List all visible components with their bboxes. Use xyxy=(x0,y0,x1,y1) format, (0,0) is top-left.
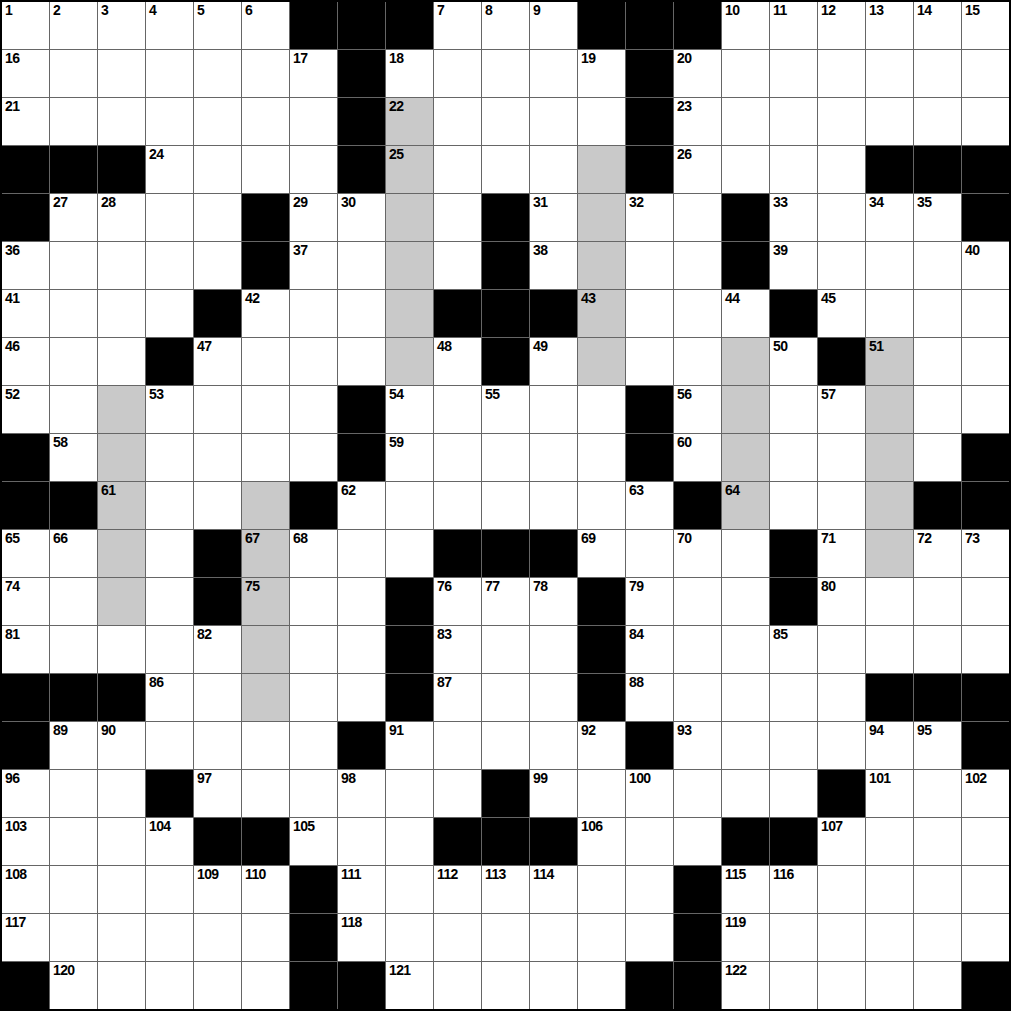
grid-cell-r19c2[interactable] xyxy=(98,914,145,961)
grid-cell-r8c9[interactable] xyxy=(434,386,481,433)
grid-cell-r6c12[interactable]: 43 xyxy=(578,290,625,337)
grid-cell-r16c12[interactable] xyxy=(578,770,625,817)
grid-cell-r19c16[interactable] xyxy=(770,914,817,961)
grid-cell-r4c16[interactable]: 33 xyxy=(770,194,817,241)
grid-cell-r20c1[interactable]: 120 xyxy=(50,962,97,1009)
grid-cell-r10c15[interactable]: 64 xyxy=(722,482,769,529)
grid-cell-r17c17[interactable]: 107 xyxy=(818,818,865,865)
grid-cell-r12c14[interactable] xyxy=(674,578,721,625)
grid-cell-r12c0[interactable]: 74 xyxy=(2,578,49,625)
grid-cell-r0c9[interactable]: 7 xyxy=(434,2,481,49)
grid-cell-r18c20[interactable] xyxy=(962,866,1009,913)
grid-cell-r19c15[interactable]: 119 xyxy=(722,914,769,961)
grid-cell-r7c14[interactable] xyxy=(674,338,721,385)
grid-cell-r19c13[interactable] xyxy=(626,914,673,961)
grid-cell-r9c3[interactable] xyxy=(146,434,193,481)
grid-cell-r0c1[interactable]: 2 xyxy=(50,2,97,49)
grid-cell-r19c0[interactable]: 117 xyxy=(2,914,49,961)
grid-cell-r9c5[interactable] xyxy=(242,434,289,481)
grid-cell-r15c16[interactable] xyxy=(770,722,817,769)
grid-cell-r0c10[interactable]: 8 xyxy=(482,2,529,49)
grid-cell-r11c1[interactable]: 66 xyxy=(50,530,97,577)
grid-cell-r18c0[interactable]: 108 xyxy=(2,866,49,913)
grid-cell-r16c2[interactable] xyxy=(98,770,145,817)
grid-cell-r13c7[interactable] xyxy=(338,626,385,673)
grid-cell-r1c12[interactable]: 19 xyxy=(578,50,625,97)
grid-cell-r1c15[interactable] xyxy=(722,50,769,97)
grid-cell-r14c14[interactable] xyxy=(674,674,721,721)
grid-cell-r18c18[interactable] xyxy=(866,866,913,913)
grid-cell-r0c2[interactable]: 3 xyxy=(98,2,145,49)
grid-cell-r8c8[interactable]: 54 xyxy=(386,386,433,433)
grid-cell-r8c0[interactable]: 52 xyxy=(2,386,49,433)
grid-cell-r11c7[interactable] xyxy=(338,530,385,577)
grid-cell-r18c10[interactable]: 113 xyxy=(482,866,529,913)
grid-cell-r4c17[interactable] xyxy=(818,194,865,241)
grid-cell-r7c9[interactable]: 48 xyxy=(434,338,481,385)
grid-cell-r18c8[interactable] xyxy=(386,866,433,913)
grid-cell-r17c3[interactable]: 104 xyxy=(146,818,193,865)
grid-cell-r20c9[interactable] xyxy=(434,962,481,1009)
grid-cell-r15c15[interactable] xyxy=(722,722,769,769)
grid-cell-r7c19[interactable] xyxy=(914,338,961,385)
grid-cell-r6c0[interactable]: 41 xyxy=(2,290,49,337)
grid-cell-r1c5[interactable] xyxy=(242,50,289,97)
grid-cell-r3c5[interactable] xyxy=(242,146,289,193)
grid-cell-r13c0[interactable]: 81 xyxy=(2,626,49,673)
grid-cell-r15c11[interactable] xyxy=(530,722,577,769)
grid-cell-r19c19[interactable] xyxy=(914,914,961,961)
grid-cell-r17c8[interactable] xyxy=(386,818,433,865)
grid-cell-r15c18[interactable]: 94 xyxy=(866,722,913,769)
grid-cell-r1c18[interactable] xyxy=(866,50,913,97)
grid-cell-r1c3[interactable] xyxy=(146,50,193,97)
grid-cell-r10c3[interactable] xyxy=(146,482,193,529)
grid-cell-r15c6[interactable] xyxy=(290,722,337,769)
grid-cell-r2c14[interactable]: 23 xyxy=(674,98,721,145)
grid-cell-r15c10[interactable] xyxy=(482,722,529,769)
grid-cell-r2c12[interactable] xyxy=(578,98,625,145)
grid-cell-r5c4[interactable] xyxy=(194,242,241,289)
grid-cell-r12c15[interactable] xyxy=(722,578,769,625)
grid-cell-r11c13[interactable] xyxy=(626,530,673,577)
grid-cell-r20c17[interactable] xyxy=(818,962,865,1009)
grid-cell-r10c2[interactable]: 61 xyxy=(98,482,145,529)
grid-cell-r14c16[interactable] xyxy=(770,674,817,721)
grid-cell-r13c11[interactable] xyxy=(530,626,577,673)
grid-cell-r11c15[interactable] xyxy=(722,530,769,577)
grid-cell-r12c19[interactable] xyxy=(914,578,961,625)
grid-cell-r8c15[interactable] xyxy=(722,386,769,433)
grid-cell-r6c7[interactable] xyxy=(338,290,385,337)
grid-cell-r2c0[interactable]: 21 xyxy=(2,98,49,145)
grid-cell-r0c11[interactable]: 9 xyxy=(530,2,577,49)
grid-cell-r7c0[interactable]: 46 xyxy=(2,338,49,385)
grid-cell-r15c1[interactable]: 89 xyxy=(50,722,97,769)
grid-cell-r13c1[interactable] xyxy=(50,626,97,673)
grid-cell-r13c19[interactable] xyxy=(914,626,961,673)
grid-cell-r18c11[interactable]: 114 xyxy=(530,866,577,913)
grid-cell-r2c19[interactable] xyxy=(914,98,961,145)
grid-cell-r7c15[interactable] xyxy=(722,338,769,385)
grid-cell-r10c8[interactable] xyxy=(386,482,433,529)
grid-cell-r16c15[interactable] xyxy=(722,770,769,817)
grid-cell-r16c13[interactable]: 100 xyxy=(626,770,673,817)
grid-cell-r5c14[interactable] xyxy=(674,242,721,289)
grid-cell-r14c15[interactable] xyxy=(722,674,769,721)
grid-cell-r12c13[interactable]: 79 xyxy=(626,578,673,625)
grid-cell-r15c19[interactable]: 95 xyxy=(914,722,961,769)
grid-cell-r10c18[interactable] xyxy=(866,482,913,529)
grid-cell-r9c14[interactable]: 60 xyxy=(674,434,721,481)
grid-cell-r16c0[interactable]: 96 xyxy=(2,770,49,817)
grid-cell-r4c7[interactable]: 30 xyxy=(338,194,385,241)
grid-cell-r16c20[interactable]: 102 xyxy=(962,770,1009,817)
grid-cell-r9c2[interactable] xyxy=(98,434,145,481)
grid-cell-r2c4[interactable] xyxy=(194,98,241,145)
grid-cell-r13c4[interactable]: 82 xyxy=(194,626,241,673)
grid-cell-r13c10[interactable] xyxy=(482,626,529,673)
grid-cell-r20c8[interactable]: 121 xyxy=(386,962,433,1009)
grid-cell-r5c9[interactable] xyxy=(434,242,481,289)
grid-cell-r11c12[interactable]: 69 xyxy=(578,530,625,577)
grid-cell-r1c0[interactable]: 16 xyxy=(2,50,49,97)
grid-cell-r1c19[interactable] xyxy=(914,50,961,97)
grid-cell-r9c1[interactable]: 58 xyxy=(50,434,97,481)
grid-cell-r13c14[interactable] xyxy=(674,626,721,673)
grid-cell-r9c10[interactable] xyxy=(482,434,529,481)
grid-cell-r14c17[interactable] xyxy=(818,674,865,721)
grid-cell-r8c16[interactable] xyxy=(770,386,817,433)
grid-cell-r18c1[interactable] xyxy=(50,866,97,913)
grid-cell-r11c0[interactable]: 65 xyxy=(2,530,49,577)
grid-cell-r5c19[interactable] xyxy=(914,242,961,289)
grid-cell-r17c2[interactable] xyxy=(98,818,145,865)
grid-cell-r4c11[interactable]: 31 xyxy=(530,194,577,241)
grid-cell-r16c7[interactable]: 98 xyxy=(338,770,385,817)
grid-cell-r15c3[interactable] xyxy=(146,722,193,769)
grid-cell-r19c9[interactable] xyxy=(434,914,481,961)
grid-cell-r13c15[interactable] xyxy=(722,626,769,673)
grid-cell-r12c5[interactable]: 75 xyxy=(242,578,289,625)
grid-cell-r1c11[interactable] xyxy=(530,50,577,97)
grid-cell-r9c11[interactable] xyxy=(530,434,577,481)
grid-cell-r9c6[interactable] xyxy=(290,434,337,481)
grid-cell-r17c1[interactable] xyxy=(50,818,97,865)
grid-cell-r17c0[interactable]: 103 xyxy=(2,818,49,865)
grid-cell-r9c16[interactable] xyxy=(770,434,817,481)
grid-cell-r3c8[interactable]: 25 xyxy=(386,146,433,193)
grid-cell-r11c19[interactable]: 72 xyxy=(914,530,961,577)
grid-cell-r19c1[interactable] xyxy=(50,914,97,961)
grid-cell-r3c15[interactable] xyxy=(722,146,769,193)
grid-cell-r6c19[interactable] xyxy=(914,290,961,337)
grid-cell-r8c12[interactable] xyxy=(578,386,625,433)
grid-cell-r14c9[interactable]: 87 xyxy=(434,674,481,721)
grid-cell-r13c16[interactable]: 85 xyxy=(770,626,817,673)
grid-cell-r7c1[interactable] xyxy=(50,338,97,385)
grid-cell-r8c1[interactable] xyxy=(50,386,97,433)
grid-cell-r5c6[interactable]: 37 xyxy=(290,242,337,289)
grid-cell-r13c2[interactable] xyxy=(98,626,145,673)
grid-cell-r2c10[interactable] xyxy=(482,98,529,145)
grid-cell-r5c18[interactable] xyxy=(866,242,913,289)
grid-cell-r17c6[interactable]: 105 xyxy=(290,818,337,865)
grid-cell-r0c3[interactable]: 4 xyxy=(146,2,193,49)
grid-cell-r1c2[interactable] xyxy=(98,50,145,97)
grid-cell-r13c9[interactable]: 83 xyxy=(434,626,481,673)
grid-cell-r16c9[interactable] xyxy=(434,770,481,817)
grid-cell-r18c15[interactable]: 115 xyxy=(722,866,769,913)
grid-cell-r7c20[interactable] xyxy=(962,338,1009,385)
grid-cell-r20c10[interactable] xyxy=(482,962,529,1009)
grid-cell-r0c18[interactable]: 13 xyxy=(866,2,913,49)
grid-cell-r19c8[interactable] xyxy=(386,914,433,961)
grid-cell-r16c19[interactable] xyxy=(914,770,961,817)
grid-cell-r14c10[interactable] xyxy=(482,674,529,721)
grid-cell-r18c5[interactable]: 110 xyxy=(242,866,289,913)
grid-cell-r13c20[interactable] xyxy=(962,626,1009,673)
grid-cell-r5c16[interactable]: 39 xyxy=(770,242,817,289)
grid-cell-r15c2[interactable]: 90 xyxy=(98,722,145,769)
grid-cell-r20c5[interactable] xyxy=(242,962,289,1009)
grid-cell-r5c20[interactable]: 40 xyxy=(962,242,1009,289)
grid-cell-r15c12[interactable]: 92 xyxy=(578,722,625,769)
grid-cell-r12c1[interactable] xyxy=(50,578,97,625)
grid-cell-r10c5[interactable] xyxy=(242,482,289,529)
grid-cell-r9c17[interactable] xyxy=(818,434,865,481)
grid-cell-r8c10[interactable]: 55 xyxy=(482,386,529,433)
grid-cell-r11c18[interactable] xyxy=(866,530,913,577)
grid-cell-r7c5[interactable] xyxy=(242,338,289,385)
grid-cell-r6c1[interactable] xyxy=(50,290,97,337)
grid-cell-r12c11[interactable]: 78 xyxy=(530,578,577,625)
grid-cell-r5c7[interactable] xyxy=(338,242,385,289)
grid-cell-r8c19[interactable] xyxy=(914,386,961,433)
grid-cell-r18c17[interactable] xyxy=(818,866,865,913)
grid-cell-r17c12[interactable]: 106 xyxy=(578,818,625,865)
grid-cell-r8c17[interactable]: 57 xyxy=(818,386,865,433)
grid-cell-r12c9[interactable]: 76 xyxy=(434,578,481,625)
grid-cell-r14c11[interactable] xyxy=(530,674,577,721)
grid-cell-r3c3[interactable]: 24 xyxy=(146,146,193,193)
grid-cell-r7c12[interactable] xyxy=(578,338,625,385)
grid-cell-r20c18[interactable] xyxy=(866,962,913,1009)
grid-cell-r8c6[interactable] xyxy=(290,386,337,433)
grid-cell-r1c1[interactable] xyxy=(50,50,97,97)
grid-cell-r2c15[interactable] xyxy=(722,98,769,145)
grid-cell-r18c2[interactable] xyxy=(98,866,145,913)
grid-cell-r20c11[interactable] xyxy=(530,962,577,1009)
grid-cell-r6c20[interactable] xyxy=(962,290,1009,337)
grid-cell-r6c2[interactable] xyxy=(98,290,145,337)
grid-cell-r1c10[interactable] xyxy=(482,50,529,97)
grid-cell-r2c2[interactable] xyxy=(98,98,145,145)
grid-cell-r11c8[interactable] xyxy=(386,530,433,577)
grid-cell-r17c20[interactable] xyxy=(962,818,1009,865)
grid-cell-r6c15[interactable]: 44 xyxy=(722,290,769,337)
grid-cell-r5c3[interactable] xyxy=(146,242,193,289)
grid-cell-r15c5[interactable] xyxy=(242,722,289,769)
grid-cell-r1c6[interactable]: 17 xyxy=(290,50,337,97)
grid-cell-r7c4[interactable]: 47 xyxy=(194,338,241,385)
grid-cell-r1c20[interactable] xyxy=(962,50,1009,97)
grid-cell-r9c12[interactable] xyxy=(578,434,625,481)
grid-cell-r15c14[interactable]: 93 xyxy=(674,722,721,769)
grid-cell-r16c8[interactable] xyxy=(386,770,433,817)
grid-cell-r7c7[interactable] xyxy=(338,338,385,385)
grid-cell-r15c4[interactable] xyxy=(194,722,241,769)
grid-cell-r16c6[interactable] xyxy=(290,770,337,817)
grid-cell-r19c7[interactable]: 118 xyxy=(338,914,385,961)
grid-cell-r13c6[interactable] xyxy=(290,626,337,673)
grid-cell-r18c7[interactable]: 111 xyxy=(338,866,385,913)
grid-cell-r0c19[interactable]: 14 xyxy=(914,2,961,49)
grid-cell-r5c17[interactable] xyxy=(818,242,865,289)
grid-cell-r16c11[interactable]: 99 xyxy=(530,770,577,817)
grid-cell-r4c6[interactable]: 29 xyxy=(290,194,337,241)
grid-cell-r19c3[interactable] xyxy=(146,914,193,961)
grid-cell-r16c18[interactable]: 101 xyxy=(866,770,913,817)
grid-cell-r2c18[interactable] xyxy=(866,98,913,145)
grid-cell-r5c8[interactable] xyxy=(386,242,433,289)
grid-cell-r7c13[interactable] xyxy=(626,338,673,385)
grid-cell-r2c5[interactable] xyxy=(242,98,289,145)
grid-cell-r18c4[interactable]: 109 xyxy=(194,866,241,913)
grid-cell-r12c6[interactable] xyxy=(290,578,337,625)
grid-cell-r0c0[interactable]: 1 xyxy=(2,2,49,49)
grid-cell-r10c7[interactable]: 62 xyxy=(338,482,385,529)
grid-cell-r13c5[interactable] xyxy=(242,626,289,673)
grid-cell-r11c2[interactable] xyxy=(98,530,145,577)
grid-cell-r9c4[interactable] xyxy=(194,434,241,481)
grid-cell-r2c16[interactable] xyxy=(770,98,817,145)
grid-cell-r20c15[interactable]: 122 xyxy=(722,962,769,1009)
grid-cell-r3c9[interactable] xyxy=(434,146,481,193)
grid-cell-r19c18[interactable] xyxy=(866,914,913,961)
grid-cell-r6c17[interactable]: 45 xyxy=(818,290,865,337)
grid-cell-r0c16[interactable]: 11 xyxy=(770,2,817,49)
grid-cell-r19c11[interactable] xyxy=(530,914,577,961)
grid-cell-r19c12[interactable] xyxy=(578,914,625,961)
grid-cell-r2c9[interactable] xyxy=(434,98,481,145)
grid-cell-r18c16[interactable]: 116 xyxy=(770,866,817,913)
grid-cell-r20c12[interactable] xyxy=(578,962,625,1009)
grid-cell-r4c12[interactable] xyxy=(578,194,625,241)
grid-cell-r5c13[interactable] xyxy=(626,242,673,289)
grid-cell-r1c8[interactable]: 18 xyxy=(386,50,433,97)
grid-cell-r16c5[interactable] xyxy=(242,770,289,817)
grid-cell-r20c2[interactable] xyxy=(98,962,145,1009)
grid-cell-r5c1[interactable] xyxy=(50,242,97,289)
grid-cell-r3c16[interactable] xyxy=(770,146,817,193)
grid-cell-r1c16[interactable] xyxy=(770,50,817,97)
grid-cell-r8c18[interactable] xyxy=(866,386,913,433)
grid-cell-r16c14[interactable] xyxy=(674,770,721,817)
grid-cell-r2c11[interactable] xyxy=(530,98,577,145)
grid-cell-r13c13[interactable]: 84 xyxy=(626,626,673,673)
grid-cell-r10c16[interactable] xyxy=(770,482,817,529)
grid-cell-r17c13[interactable] xyxy=(626,818,673,865)
grid-cell-r1c9[interactable] xyxy=(434,50,481,97)
grid-cell-r10c11[interactable] xyxy=(530,482,577,529)
grid-cell-r16c1[interactable] xyxy=(50,770,97,817)
grid-cell-r14c6[interactable] xyxy=(290,674,337,721)
grid-cell-r12c3[interactable] xyxy=(146,578,193,625)
grid-cell-r5c12[interactable] xyxy=(578,242,625,289)
grid-cell-r0c5[interactable]: 6 xyxy=(242,2,289,49)
grid-cell-r2c6[interactable] xyxy=(290,98,337,145)
grid-cell-r6c3[interactable] xyxy=(146,290,193,337)
grid-cell-r19c4[interactable] xyxy=(194,914,241,961)
grid-cell-r3c14[interactable]: 26 xyxy=(674,146,721,193)
grid-cell-r4c18[interactable]: 34 xyxy=(866,194,913,241)
grid-cell-r5c0[interactable]: 36 xyxy=(2,242,49,289)
grid-cell-r9c15[interactable] xyxy=(722,434,769,481)
grid-cell-r14c4[interactable] xyxy=(194,674,241,721)
grid-cell-r0c15[interactable]: 10 xyxy=(722,2,769,49)
grid-cell-r17c14[interactable] xyxy=(674,818,721,865)
grid-cell-r7c18[interactable]: 51 xyxy=(866,338,913,385)
grid-cell-r0c17[interactable]: 12 xyxy=(818,2,865,49)
grid-cell-r3c10[interactable] xyxy=(482,146,529,193)
grid-cell-r11c20[interactable]: 73 xyxy=(962,530,1009,577)
grid-cell-r16c16[interactable] xyxy=(770,770,817,817)
grid-cell-r10c12[interactable] xyxy=(578,482,625,529)
grid-cell-r20c16[interactable] xyxy=(770,962,817,1009)
grid-cell-r2c17[interactable] xyxy=(818,98,865,145)
grid-cell-r4c13[interactable]: 32 xyxy=(626,194,673,241)
grid-cell-r7c11[interactable]: 49 xyxy=(530,338,577,385)
grid-cell-r12c10[interactable]: 77 xyxy=(482,578,529,625)
grid-cell-r11c5[interactable]: 67 xyxy=(242,530,289,577)
grid-cell-r3c11[interactable] xyxy=(530,146,577,193)
grid-cell-r19c5[interactable] xyxy=(242,914,289,961)
grid-cell-r11c17[interactable]: 71 xyxy=(818,530,865,577)
grid-cell-r8c2[interactable] xyxy=(98,386,145,433)
grid-cell-r19c10[interactable] xyxy=(482,914,529,961)
grid-cell-r12c7[interactable] xyxy=(338,578,385,625)
grid-cell-r1c14[interactable]: 20 xyxy=(674,50,721,97)
grid-cell-r15c9[interactable] xyxy=(434,722,481,769)
grid-cell-r6c5[interactable]: 42 xyxy=(242,290,289,337)
grid-cell-r7c6[interactable] xyxy=(290,338,337,385)
grid-cell-r13c3[interactable] xyxy=(146,626,193,673)
grid-cell-r3c6[interactable] xyxy=(290,146,337,193)
grid-cell-r12c20[interactable] xyxy=(962,578,1009,625)
grid-cell-r10c10[interactable] xyxy=(482,482,529,529)
grid-cell-r3c4[interactable] xyxy=(194,146,241,193)
grid-cell-r19c17[interactable] xyxy=(818,914,865,961)
grid-cell-r4c19[interactable]: 35 xyxy=(914,194,961,241)
grid-cell-r14c13[interactable]: 88 xyxy=(626,674,673,721)
grid-cell-r20c3[interactable] xyxy=(146,962,193,1009)
grid-cell-r11c6[interactable]: 68 xyxy=(290,530,337,577)
grid-cell-r18c13[interactable] xyxy=(626,866,673,913)
grid-cell-r11c3[interactable] xyxy=(146,530,193,577)
grid-cell-r18c9[interactable]: 112 xyxy=(434,866,481,913)
grid-cell-r6c6[interactable] xyxy=(290,290,337,337)
grid-cell-r19c20[interactable] xyxy=(962,914,1009,961)
grid-cell-r10c4[interactable] xyxy=(194,482,241,529)
grid-cell-r14c7[interactable] xyxy=(338,674,385,721)
grid-cell-r12c18[interactable] xyxy=(866,578,913,625)
grid-cell-r4c9[interactable] xyxy=(434,194,481,241)
grid-cell-r5c11[interactable]: 38 xyxy=(530,242,577,289)
grid-cell-r8c3[interactable]: 53 xyxy=(146,386,193,433)
grid-cell-r13c17[interactable] xyxy=(818,626,865,673)
grid-cell-r14c5[interactable] xyxy=(242,674,289,721)
